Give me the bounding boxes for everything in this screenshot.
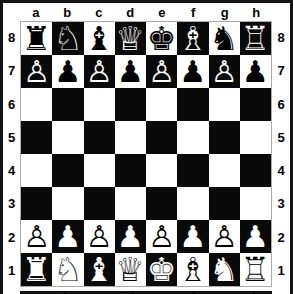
black-pawn-piece: ♙ [23, 57, 50, 87]
black-bishop-piece: ♗ [178, 22, 208, 55]
square-g8[interactable]: ♞ [209, 22, 240, 55]
square-f2[interactable]: ♟ [177, 220, 208, 253]
black-pawn-piece: ♙ [211, 57, 238, 87]
square-d3[interactable] [115, 187, 146, 220]
rank-label-left-1: 1 [3, 254, 20, 287]
file-label-top-d: d [115, 3, 147, 21]
rank-label-right-3: 3 [272, 187, 290, 220]
rank-label-left-6: 6 [3, 88, 20, 121]
square-f1[interactable]: ♗ [177, 253, 208, 286]
file-label-bottom-c: c [83, 287, 115, 294]
square-b2[interactable]: ♟ [52, 220, 83, 253]
square-h5[interactable] [240, 121, 271, 154]
square-f8[interactable]: ♗ [177, 22, 208, 55]
white-rook-piece: ♖ [241, 253, 271, 286]
white-pawn-piece: ♙ [211, 222, 238, 252]
square-h7[interactable]: ♟ [240, 55, 271, 88]
square-c8[interactable]: ♝ [84, 22, 115, 55]
square-h1[interactable]: ♖ [240, 253, 271, 286]
corner-top-left [3, 3, 20, 21]
square-b7[interactable]: ♟ [52, 55, 83, 88]
square-d5[interactable] [115, 121, 146, 154]
file-label-top-b: b [52, 3, 84, 21]
square-d1[interactable]: ♕ [115, 253, 146, 286]
square-e7[interactable]: ♙ [146, 55, 177, 88]
square-b6[interactable] [52, 88, 83, 121]
rank-label-left-3: 3 [3, 187, 20, 220]
rank-label-left-4: 4 [3, 154, 20, 187]
square-h6[interactable] [240, 88, 271, 121]
white-queen-piece: ♕ [116, 253, 146, 286]
square-h4[interactable] [240, 154, 271, 187]
square-d7[interactable]: ♟ [115, 55, 146, 88]
square-c7[interactable]: ♙ [84, 55, 115, 88]
black-bishop-piece: ♝ [84, 22, 114, 55]
file-label-bottom-f: f [178, 287, 210, 294]
square-a3[interactable] [21, 187, 52, 220]
white-bishop-piece: ♝ [84, 253, 114, 286]
black-pawn-piece: ♟ [54, 57, 81, 87]
square-d2[interactable]: ♟ [115, 220, 146, 253]
square-e4[interactable] [146, 154, 177, 187]
black-pawn-piece: ♟ [179, 57, 206, 87]
square-f3[interactable] [177, 187, 208, 220]
black-rook-piece: ♖ [241, 22, 271, 55]
white-pawn-piece: ♟ [179, 222, 206, 252]
square-h8[interactable]: ♖ [240, 22, 271, 55]
black-queen-piece: ♕ [116, 22, 146, 55]
square-e5[interactable] [146, 121, 177, 154]
square-e1[interactable]: ♚ [146, 253, 177, 286]
square-g6[interactable] [209, 88, 240, 121]
square-a2[interactable]: ♙ [21, 220, 52, 253]
file-labels-bottom: abcdefgh [20, 287, 272, 294]
black-pawn-piece: ♟ [117, 57, 144, 87]
file-label-top-e: e [146, 3, 178, 21]
square-e3[interactable] [146, 187, 177, 220]
square-g2[interactable]: ♙ [209, 220, 240, 253]
rank-label-right-8: 8 [272, 21, 290, 54]
white-pawn-piece: ♟ [117, 222, 144, 252]
square-e8[interactable]: ♚ [146, 22, 177, 55]
square-b3[interactable] [52, 187, 83, 220]
file-label-bottom-h: h [241, 287, 273, 294]
rank-label-right-6: 6 [272, 88, 290, 121]
white-pawn-piece: ♙ [148, 222, 175, 252]
square-h3[interactable] [240, 187, 271, 220]
rank-label-right-7: 7 [272, 54, 290, 87]
square-c2[interactable]: ♙ [84, 220, 115, 253]
square-b8[interactable]: ♘ [52, 22, 83, 55]
white-king-piece: ♚ [147, 253, 177, 286]
square-f6[interactable] [177, 88, 208, 121]
file-label-bottom-d: d [115, 287, 147, 294]
white-pawn-piece: ♟ [242, 222, 269, 252]
square-a6[interactable] [21, 88, 52, 121]
rank-labels-left: 87654321 [3, 21, 20, 287]
square-f7[interactable]: ♟ [177, 55, 208, 88]
file-label-top-a: a [20, 3, 52, 21]
rank-label-right-2: 2 [272, 221, 290, 254]
rank-label-right-5: 5 [272, 121, 290, 154]
black-knight-piece: ♞ [209, 22, 239, 55]
black-knight-piece: ♘ [53, 22, 83, 55]
square-a1[interactable]: ♜ [21, 253, 52, 286]
corner-bottom-left [3, 287, 20, 294]
square-c6[interactable] [84, 88, 115, 121]
file-label-bottom-e: e [146, 287, 178, 294]
square-c4[interactable] [84, 154, 115, 187]
square-b5[interactable] [52, 121, 83, 154]
square-f4[interactable] [177, 154, 208, 187]
file-label-top-h: h [241, 3, 273, 21]
rank-label-left-7: 7 [3, 54, 20, 87]
square-a8[interactable]: ♜ [21, 22, 52, 55]
chess-diagram: abcdefgh 87654321 ♜♘♝♕♚♗♞♖♙♟♙♟♙♟♙♟♙♟♙♟♙♟… [0, 0, 293, 294]
file-label-bottom-a: a [20, 287, 52, 294]
white-knight-piece: ♞ [209, 253, 239, 286]
file-label-bottom-g: g [209, 287, 241, 294]
square-a7[interactable]: ♙ [21, 55, 52, 88]
square-g5[interactable] [209, 121, 240, 154]
chess-board: ♜♘♝♕♚♗♞♖♙♟♙♟♙♟♙♟♙♟♙♟♙♟♙♟♜♘♝♕♚♗♞♖ [20, 21, 272, 287]
square-g4[interactable] [209, 154, 240, 187]
black-pawn-piece: ♟ [242, 57, 269, 87]
square-a5[interactable] [21, 121, 52, 154]
square-b4[interactable] [52, 154, 83, 187]
white-pawn-piece: ♙ [23, 222, 50, 252]
file-label-top-c: c [83, 3, 115, 21]
rank-label-right-4: 4 [272, 154, 290, 187]
square-b1[interactable]: ♘ [52, 253, 83, 286]
rank-label-left-5: 5 [3, 121, 20, 154]
rank-label-left-2: 2 [3, 221, 20, 254]
rank-label-right-1: 1 [272, 254, 290, 287]
rank-labels-right: 87654321 [272, 21, 290, 287]
file-labels-top: abcdefgh [20, 3, 272, 21]
file-label-bottom-b: b [52, 287, 84, 294]
square-g7[interactable]: ♙ [209, 55, 240, 88]
file-label-top-f: f [178, 3, 210, 21]
white-bishop-piece: ♗ [178, 253, 208, 286]
square-d8[interactable]: ♕ [115, 22, 146, 55]
white-pawn-piece: ♟ [54, 222, 81, 252]
black-rook-piece: ♜ [22, 22, 52, 55]
square-c1[interactable]: ♝ [84, 253, 115, 286]
square-e6[interactable] [146, 88, 177, 121]
rank-label-left-8: 8 [3, 21, 20, 54]
square-d6[interactable] [115, 88, 146, 121]
black-king-piece: ♚ [147, 22, 177, 55]
corner-top-right [272, 3, 290, 21]
corner-bottom-right [272, 287, 290, 294]
square-h2[interactable]: ♟ [240, 220, 271, 253]
black-pawn-piece: ♙ [148, 57, 175, 87]
square-f5[interactable] [177, 121, 208, 154]
square-g3[interactable] [209, 187, 240, 220]
black-pawn-piece: ♙ [86, 57, 113, 87]
white-knight-piece: ♘ [53, 253, 83, 286]
square-g1[interactable]: ♞ [209, 253, 240, 286]
square-e2[interactable]: ♙ [146, 220, 177, 253]
square-a4[interactable] [21, 154, 52, 187]
square-c3[interactable] [84, 187, 115, 220]
white-rook-piece: ♜ [22, 253, 52, 286]
square-d4[interactable] [115, 154, 146, 187]
square-c5[interactable] [84, 121, 115, 154]
file-label-top-g: g [209, 3, 241, 21]
white-pawn-piece: ♙ [86, 222, 113, 252]
